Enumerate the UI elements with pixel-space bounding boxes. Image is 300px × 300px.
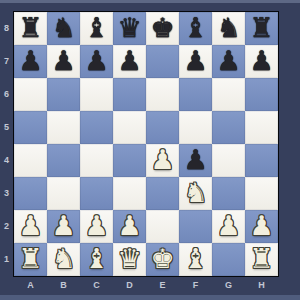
file-label-a: A [14,278,47,293]
file-labels: A B C D E F G H [14,278,278,293]
square-b1[interactable]: ♞ [47,243,80,276]
square-d2[interactable]: ♟ [113,210,146,243]
black-pawn-b7[interactable]: ♟ [51,45,75,77]
square-g5[interactable] [212,111,245,144]
rank-label-1: 1 [0,243,13,276]
black-rook-a8[interactable]: ♜ [18,12,42,44]
chess-board: ♜♞♝♛♚♝♞♜♟♟♟♟♟♟♟♟♟♞♟♟♟♟♟♟♜♞♝♛♚♝♜ [13,11,279,277]
square-d1[interactable]: ♛ [113,243,146,276]
square-h7[interactable]: ♟ [245,45,278,78]
square-d6[interactable] [113,78,146,111]
black-pawn-d7[interactable]: ♟ [117,45,141,77]
square-f5[interactable] [179,111,212,144]
white-rook-a1[interactable]: ♜ [18,243,42,275]
square-a7[interactable]: ♟ [14,45,47,78]
square-a8[interactable]: ♜ [14,12,47,45]
rank-label-6: 6 [0,78,13,111]
file-label-e: E [146,278,179,293]
black-pawn-f7[interactable]: ♟ [183,45,207,77]
white-pawn-b2[interactable]: ♟ [51,210,75,242]
file-label-b: B [47,278,80,293]
square-e6[interactable] [146,78,179,111]
square-g4[interactable] [212,144,245,177]
square-h5[interactable] [245,111,278,144]
white-pawn-c2[interactable]: ♟ [84,210,108,242]
square-f2[interactable] [179,210,212,243]
square-c1[interactable]: ♝ [80,243,113,276]
square-b2[interactable]: ♟ [47,210,80,243]
square-h3[interactable] [245,177,278,210]
rank-label-7: 7 [0,45,13,78]
square-g3[interactable] [212,177,245,210]
square-c3[interactable] [80,177,113,210]
rank-labels: 8 7 6 5 4 3 2 1 [0,12,13,276]
white-bishop-c1[interactable]: ♝ [84,243,108,275]
square-e2[interactable] [146,210,179,243]
square-a1[interactable]: ♜ [14,243,47,276]
black-pawn-g7[interactable]: ♟ [216,45,240,77]
square-a2[interactable]: ♟ [14,210,47,243]
square-d4[interactable] [113,144,146,177]
frame-top-edge [0,0,300,3]
square-h2[interactable]: ♟ [245,210,278,243]
file-label-g: G [212,278,245,293]
file-label-f: F [179,278,212,293]
square-b4[interactable] [47,144,80,177]
square-c6[interactable] [80,78,113,111]
square-g6[interactable] [212,78,245,111]
black-rook-h8[interactable]: ♜ [249,12,273,44]
square-a5[interactable] [14,111,47,144]
square-f4[interactable]: ♟ [179,144,212,177]
frame-bottom-edge [0,295,300,300]
white-pawn-d2[interactable]: ♟ [117,210,141,242]
white-bishop-f1[interactable]: ♝ [183,243,207,275]
black-pawn-f4[interactable]: ♟ [183,144,207,176]
square-b3[interactable] [47,177,80,210]
square-a3[interactable] [14,177,47,210]
white-knight-f3[interactable]: ♞ [183,177,207,209]
square-g7[interactable]: ♟ [212,45,245,78]
square-a4[interactable] [14,144,47,177]
square-f3[interactable]: ♞ [179,177,212,210]
file-label-c: C [80,278,113,293]
black-bishop-c8[interactable]: ♝ [84,12,108,44]
white-pawn-h2[interactable]: ♟ [249,210,273,242]
white-king-e1[interactable]: ♚ [150,243,174,275]
black-queen-d8[interactable]: ♛ [117,12,141,44]
black-knight-g8[interactable]: ♞ [216,12,240,44]
square-d5[interactable] [113,111,146,144]
square-h1[interactable]: ♜ [245,243,278,276]
square-d3[interactable] [113,177,146,210]
rank-label-8: 8 [0,12,13,45]
square-d8[interactable]: ♛ [113,12,146,45]
square-g1[interactable] [212,243,245,276]
white-pawn-a2[interactable]: ♟ [18,210,42,242]
square-e3[interactable] [146,177,179,210]
black-knight-b8[interactable]: ♞ [51,12,75,44]
square-e8[interactable]: ♚ [146,12,179,45]
white-pawn-g2[interactable]: ♟ [216,210,240,242]
black-king-e8[interactable]: ♚ [150,12,174,44]
file-label-d: D [113,278,146,293]
square-c4[interactable] [80,144,113,177]
black-pawn-a7[interactable]: ♟ [18,45,42,77]
square-e7[interactable] [146,45,179,78]
square-b8[interactable]: ♞ [47,12,80,45]
square-f8[interactable]: ♝ [179,12,212,45]
file-label-h: H [245,278,278,293]
square-b6[interactable] [47,78,80,111]
white-rook-h1[interactable]: ♜ [249,243,273,275]
square-g8[interactable]: ♞ [212,12,245,45]
square-g2[interactable]: ♟ [212,210,245,243]
square-e5[interactable] [146,111,179,144]
square-h6[interactable] [245,78,278,111]
square-b5[interactable] [47,111,80,144]
white-queen-d1[interactable]: ♛ [117,243,141,275]
black-bishop-f8[interactable]: ♝ [183,12,207,44]
black-pawn-c7[interactable]: ♟ [84,45,108,77]
rank-label-4: 4 [0,144,13,177]
rank-label-2: 2 [0,210,13,243]
square-c7[interactable]: ♟ [80,45,113,78]
square-h8[interactable]: ♜ [245,12,278,45]
square-f7[interactable]: ♟ [179,45,212,78]
square-f1[interactable]: ♝ [179,243,212,276]
square-c2[interactable]: ♟ [80,210,113,243]
square-h4[interactable] [245,144,278,177]
square-a6[interactable] [14,78,47,111]
white-knight-b1[interactable]: ♞ [51,243,75,275]
rank-label-5: 5 [0,111,13,144]
square-c8[interactable]: ♝ [80,12,113,45]
square-e1[interactable]: ♚ [146,243,179,276]
square-c5[interactable] [80,111,113,144]
square-d7[interactable]: ♟ [113,45,146,78]
square-b7[interactable]: ♟ [47,45,80,78]
rank-label-3: 3 [0,177,13,210]
white-pawn-e4[interactable]: ♟ [150,144,174,176]
black-pawn-h7[interactable]: ♟ [249,45,273,77]
square-e4[interactable]: ♟ [146,144,179,177]
chess-diagram: 8 7 6 5 4 3 2 1 ♜♞♝♛♚♝♞♜♟♟♟♟♟♟♟♟♟♞♟♟♟♟♟♟… [0,0,300,300]
square-f6[interactable] [179,78,212,111]
